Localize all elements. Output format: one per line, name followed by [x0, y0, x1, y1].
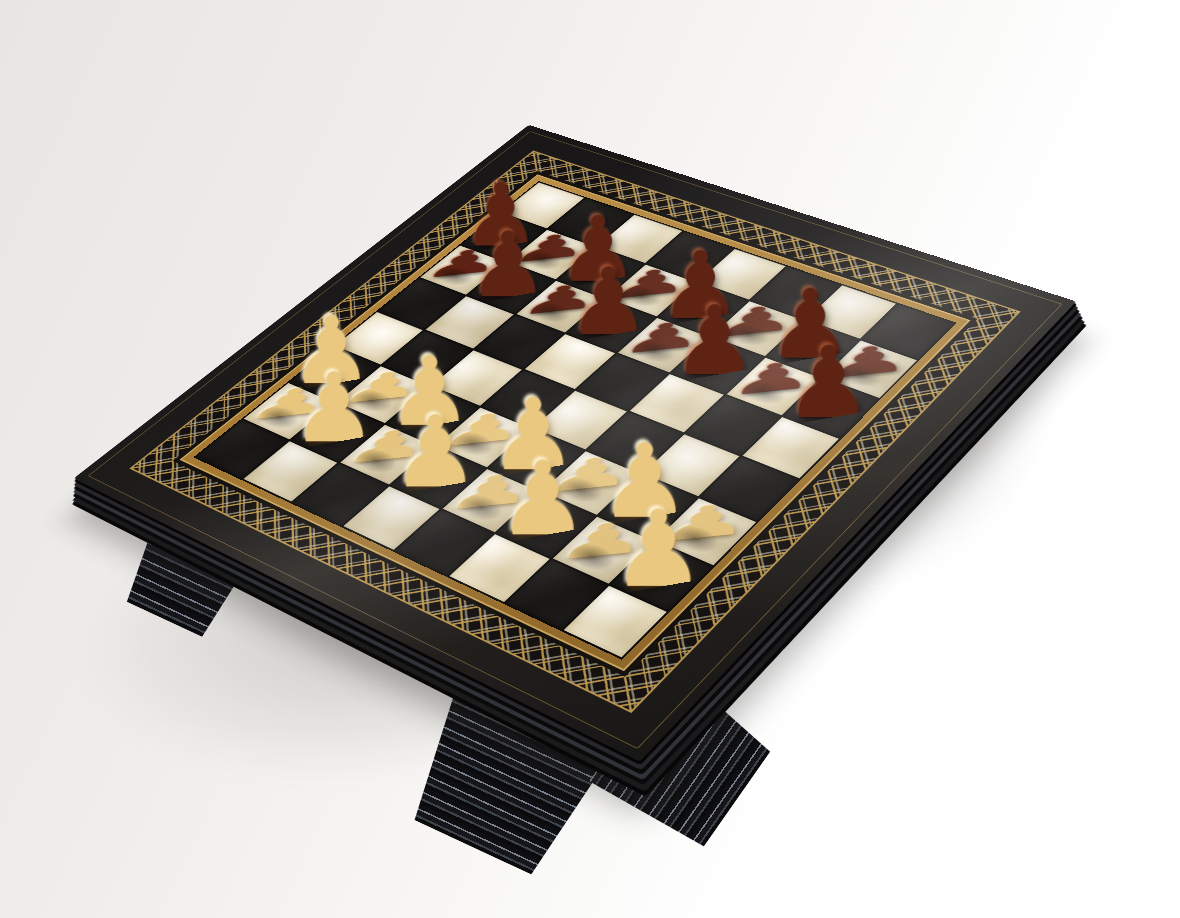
photo-backdrop: ♟♟♟♟♟♟♟♟♟♟♟♟♟♟♟♟♟♟♟♟♟♟♟♟♟♟♟♟♟♟♟♟: [0, 0, 1180, 918]
chess-board: ♟♟♟♟♟♟♟♟♟♟♟♟♟♟♟♟♟♟♟♟♟♟♟♟♟♟♟♟♟♟♟♟: [74, 125, 1077, 762]
scene: ♟♟♟♟♟♟♟♟♟♟♟♟♟♟♟♟♟♟♟♟♟♟♟♟♟♟♟♟♟♟♟♟: [0, 0, 1180, 918]
